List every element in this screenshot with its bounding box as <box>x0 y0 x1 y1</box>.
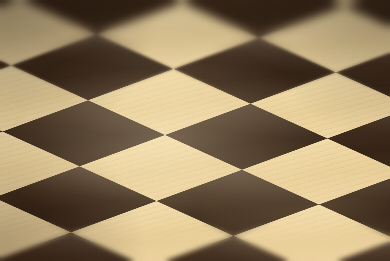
board-surface-plane <box>0 0 390 261</box>
chessboard-photo <box>0 0 390 261</box>
chess-board <box>0 0 390 261</box>
